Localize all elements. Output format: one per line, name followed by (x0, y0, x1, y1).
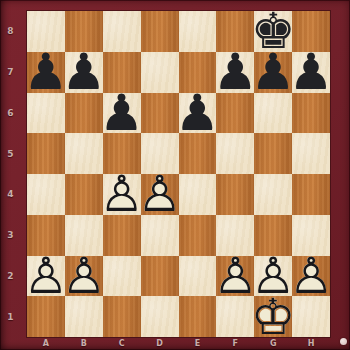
square-h7[interactable]: ♟ (292, 52, 330, 93)
square-c3[interactable] (103, 215, 141, 256)
black-pawn[interactable]: ♟ (179, 93, 217, 134)
black-pawn[interactable]: ♟ (216, 52, 254, 93)
white-pawn[interactable]: ♟♙ (103, 174, 141, 215)
file-label-d: D (141, 337, 179, 350)
square-b6[interactable] (65, 93, 103, 134)
square-h5[interactable] (292, 133, 330, 174)
black-pawn[interactable]: ♟ (254, 52, 292, 93)
square-h2[interactable]: ♟♙ (292, 256, 330, 297)
file-label-f: F (216, 337, 254, 350)
square-g1[interactable]: ♚♔ (254, 296, 292, 337)
square-a4[interactable] (27, 174, 65, 215)
file-label-a: A (27, 337, 65, 350)
square-e6[interactable]: ♟ (179, 93, 217, 134)
file-label-h: H (292, 337, 330, 350)
rank-label-4: 4 (0, 174, 27, 215)
white-king[interactable]: ♚♔ (254, 296, 292, 337)
square-d6[interactable] (141, 93, 179, 134)
square-b7[interactable]: ♟ (65, 52, 103, 93)
rank-label-5: 5 (0, 133, 27, 174)
square-c2[interactable] (103, 256, 141, 297)
white-pawn[interactable]: ♟♙ (141, 174, 179, 215)
square-d1[interactable] (141, 296, 179, 337)
file-label-b: B (65, 337, 103, 350)
file-label-g: G (254, 337, 292, 350)
white-pawn[interactable]: ♟♙ (216, 256, 254, 297)
black-pawn[interactable]: ♟ (292, 52, 330, 93)
square-b5[interactable] (65, 133, 103, 174)
square-c4[interactable]: ♟♙ (103, 174, 141, 215)
square-e2[interactable] (179, 256, 217, 297)
chess-board[interactable]: ♚♟♟♟♟♟♟♟♟♙♟♙♟♙♟♙♟♙♟♙♟♙♚♔ (27, 11, 330, 337)
square-g7[interactable]: ♟ (254, 52, 292, 93)
file-labels: ABCDEFGH (27, 337, 330, 350)
square-g5[interactable] (254, 133, 292, 174)
file-label-c: C (103, 337, 141, 350)
square-f5[interactable] (216, 133, 254, 174)
square-f2[interactable]: ♟♙ (216, 256, 254, 297)
square-e5[interactable] (179, 133, 217, 174)
side-to-move-indicator (340, 338, 347, 345)
square-e4[interactable] (179, 174, 217, 215)
black-pawn[interactable]: ♟ (103, 93, 141, 134)
square-c1[interactable] (103, 296, 141, 337)
square-h6[interactable] (292, 93, 330, 134)
square-e8[interactable] (179, 11, 217, 52)
white-pawn[interactable]: ♟♙ (65, 256, 103, 297)
square-h1[interactable] (292, 296, 330, 337)
square-d3[interactable] (141, 215, 179, 256)
square-a5[interactable] (27, 133, 65, 174)
square-a1[interactable] (27, 296, 65, 337)
file-label-e: E (179, 337, 217, 350)
square-e1[interactable] (179, 296, 217, 337)
square-f7[interactable]: ♟ (216, 52, 254, 93)
black-pawn[interactable]: ♟ (65, 52, 103, 93)
square-g6[interactable] (254, 93, 292, 134)
square-d7[interactable] (141, 52, 179, 93)
square-b2[interactable]: ♟♙ (65, 256, 103, 297)
square-g4[interactable] (254, 174, 292, 215)
square-f6[interactable] (216, 93, 254, 134)
square-d4[interactable]: ♟♙ (141, 174, 179, 215)
square-b4[interactable] (65, 174, 103, 215)
square-f4[interactable] (216, 174, 254, 215)
white-pawn[interactable]: ♟♙ (292, 256, 330, 297)
square-h4[interactable] (292, 174, 330, 215)
square-d2[interactable] (141, 256, 179, 297)
square-c6[interactable]: ♟ (103, 93, 141, 134)
square-c8[interactable] (103, 11, 141, 52)
square-a2[interactable]: ♟♙ (27, 256, 65, 297)
square-d8[interactable] (141, 11, 179, 52)
square-f1[interactable] (216, 296, 254, 337)
white-pawn[interactable]: ♟♙ (27, 256, 65, 297)
square-b1[interactable] (65, 296, 103, 337)
square-a6[interactable] (27, 93, 65, 134)
black-pawn[interactable]: ♟ (27, 52, 65, 93)
chess-diagram: 87654321 ♚♟♟♟♟♟♟♟♟♙♟♙♟♙♟♙♟♙♟♙♟♙♚♔ ABCDEF… (0, 0, 350, 350)
square-a7[interactable]: ♟ (27, 52, 65, 93)
square-e3[interactable] (179, 215, 217, 256)
